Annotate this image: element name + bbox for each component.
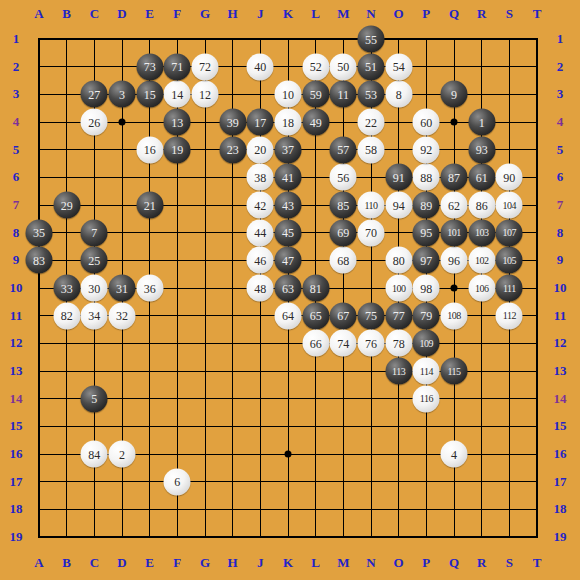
stone-move-number: 94 [393, 199, 405, 211]
go-stone[interactable]: 70 [358, 219, 385, 246]
coord-label-bottom: T [533, 555, 542, 571]
star-point [451, 285, 458, 292]
stone-move-number: 74 [337, 337, 349, 349]
coord-label-top: E [145, 6, 154, 22]
go-stone[interactable]: 40 [247, 53, 274, 80]
stone-move-number: 64 [282, 310, 294, 322]
go-stone[interactable]: 5 [81, 385, 108, 412]
coord-label-right: 3 [557, 86, 564, 102]
stone-move-number: 77 [393, 310, 405, 322]
coord-label-bottom: L [311, 555, 320, 571]
go-stone[interactable]: 115 [441, 358, 468, 385]
go-stone[interactable]: 20 [247, 136, 274, 163]
go-stone[interactable]: 90 [496, 164, 523, 191]
coord-label-bottom: J [257, 555, 264, 571]
go-stone[interactable]: 57 [330, 136, 357, 163]
go-stone[interactable]: 34 [81, 302, 108, 329]
stone-move-number: 78 [393, 337, 405, 349]
stone-move-number: 81 [310, 282, 322, 294]
go-stone[interactable]: 41 [275, 164, 302, 191]
stone-move-number: 89 [420, 199, 432, 211]
stone-move-number: 38 [254, 171, 266, 183]
go-stone[interactable]: 23 [219, 136, 246, 163]
stone-move-number: 96 [448, 254, 460, 266]
go-stone[interactable]: 111 [496, 275, 523, 302]
go-stone[interactable]: 7 [81, 219, 108, 246]
grid-line-horizontal [38, 343, 538, 344]
stone-move-number: 102 [475, 255, 489, 265]
grid-line-horizontal [38, 536, 538, 538]
coord-label-left: 9 [13, 252, 20, 268]
coord-label-right: 14 [554, 391, 567, 407]
go-stone[interactable]: 47 [275, 247, 302, 274]
coord-label-left: 1 [13, 31, 20, 47]
stone-move-number: 80 [393, 254, 405, 266]
go-stone[interactable]: 78 [385, 330, 412, 357]
go-stone[interactable]: 18 [275, 109, 302, 136]
coord-label-bottom: R [477, 555, 486, 571]
stone-move-number: 30 [88, 282, 100, 294]
stone-move-number: 31 [116, 282, 128, 294]
stone-move-number: 52 [310, 61, 322, 73]
coord-label-top: P [422, 6, 430, 22]
stone-move-number: 40 [254, 61, 266, 73]
stone-move-number: 46 [254, 254, 266, 266]
go-stone[interactable]: 104 [496, 192, 523, 219]
coord-label-bottom: S [506, 555, 513, 571]
go-stone[interactable]: 17 [247, 109, 274, 136]
coord-label-bottom: H [228, 555, 238, 571]
go-stone[interactable]: 51 [358, 53, 385, 80]
stone-move-number: 4 [451, 448, 457, 460]
coord-label-left: 16 [10, 446, 23, 462]
go-stone[interactable]: 25 [81, 247, 108, 274]
go-stone[interactable]: 33 [53, 275, 80, 302]
stone-move-number: 7 [91, 227, 97, 239]
stone-move-number: 26 [88, 116, 100, 128]
go-stone[interactable]: 1 [468, 109, 495, 136]
go-stone[interactable]: 39 [219, 109, 246, 136]
go-stone[interactable]: 84 [81, 441, 108, 468]
stone-move-number: 37 [282, 144, 294, 156]
coord-label-bottom: B [62, 555, 71, 571]
grid-line-vertical [343, 38, 344, 538]
coord-label-bottom: A [34, 555, 43, 571]
stone-move-number: 13 [171, 116, 183, 128]
go-stone[interactable]: 86 [468, 192, 495, 219]
go-stone[interactable]: 93 [468, 136, 495, 163]
stone-move-number: 48 [254, 282, 266, 294]
coord-label-top: M [337, 6, 349, 22]
stone-move-number: 45 [282, 227, 294, 239]
go-stone[interactable]: 29 [53, 192, 80, 219]
coord-label-top: S [506, 6, 513, 22]
go-stone[interactable]: 102 [468, 247, 495, 274]
go-stone[interactable]: 12 [192, 81, 219, 108]
coord-label-bottom: K [283, 555, 293, 571]
go-stone[interactable]: 26 [81, 109, 108, 136]
coord-label-left: 6 [13, 169, 20, 185]
stone-move-number: 57 [337, 144, 349, 156]
coord-label-right: 2 [557, 59, 564, 75]
go-stone[interactable]: 71 [164, 53, 191, 80]
stone-move-number: 62 [448, 199, 460, 211]
go-stone[interactable]: 35 [26, 219, 53, 246]
stone-move-number: 14 [171, 88, 183, 100]
stone-move-number: 72 [199, 61, 211, 73]
go-stone[interactable]: 101 [441, 219, 468, 246]
go-stone[interactable]: 72 [192, 53, 219, 80]
go-stone[interactable]: 74 [330, 330, 357, 357]
go-stone[interactable]: 110 [358, 192, 385, 219]
go-stone[interactable]: 44 [247, 219, 274, 246]
stone-move-number: 112 [503, 311, 516, 321]
stone-move-number: 108 [447, 311, 461, 321]
stone-move-number: 18 [282, 116, 294, 128]
coord-label-right: 4 [557, 114, 564, 130]
stone-move-number: 55 [365, 33, 377, 45]
coord-label-bottom: P [422, 555, 430, 571]
go-stone[interactable]: 48 [247, 275, 274, 302]
go-stone[interactable]: 21 [136, 192, 163, 219]
stone-move-number: 98 [420, 282, 432, 294]
go-stone[interactable]: 67 [330, 302, 357, 329]
go-stone[interactable]: 10 [275, 81, 302, 108]
stone-move-number: 17 [254, 116, 266, 128]
coord-label-bottom: D [117, 555, 126, 571]
coord-label-right: 16 [554, 446, 567, 462]
go-stone[interactable]: 30 [81, 275, 108, 302]
stone-move-number: 90 [503, 171, 515, 183]
star-point [451, 119, 458, 126]
stone-move-number: 105 [503, 255, 517, 265]
coord-label-right: 10 [554, 280, 567, 296]
stone-move-number: 39 [227, 116, 239, 128]
stone-move-number: 75 [365, 310, 377, 322]
stone-move-number: 35 [33, 227, 45, 239]
go-stone[interactable]: 83 [26, 247, 53, 274]
stone-move-number: 79 [420, 310, 432, 322]
coord-label-left: 11 [10, 308, 22, 324]
stone-move-number: 71 [171, 61, 183, 73]
coord-label-top: O [394, 6, 404, 22]
stone-move-number: 51 [365, 61, 377, 73]
stone-move-number: 92 [420, 144, 432, 156]
go-stone[interactable]: 14 [164, 81, 191, 108]
go-stone[interactable]: 106 [468, 275, 495, 302]
go-stone[interactable]: 46 [247, 247, 274, 274]
coord-label-left: 19 [10, 529, 23, 545]
go-stone[interactable]: 69 [330, 219, 357, 246]
go-stone[interactable]: 61 [468, 164, 495, 191]
coord-label-top: Q [449, 6, 459, 22]
stone-move-number: 8 [396, 88, 402, 100]
stone-move-number: 107 [503, 228, 517, 238]
coord-label-left: 18 [10, 501, 23, 517]
coord-label-top: J [257, 6, 264, 22]
stone-move-number: 82 [61, 310, 73, 322]
stone-move-number: 111 [503, 283, 516, 293]
stone-move-number: 114 [420, 366, 433, 376]
go-stone[interactable]: 22 [358, 109, 385, 136]
coord-label-top: K [283, 6, 293, 22]
go-stone[interactable]: 6 [164, 468, 191, 495]
go-stone[interactable]: 13 [164, 109, 191, 136]
stone-move-number: 36 [144, 282, 156, 294]
go-stone[interactable]: 53 [358, 81, 385, 108]
coord-label-left: 17 [10, 474, 23, 490]
coord-label-bottom: N [366, 555, 375, 571]
stone-move-number: 59 [310, 88, 322, 100]
go-stone[interactable]: 88 [413, 164, 440, 191]
stone-move-number: 43 [282, 199, 294, 211]
go-stone[interactable]: 79 [413, 302, 440, 329]
coord-label-left: 13 [10, 363, 23, 379]
coord-label-bottom: F [173, 555, 181, 571]
go-stone[interactable]: 37 [275, 136, 302, 163]
coord-label-left: 2 [13, 59, 20, 75]
go-stone[interactable]: 87 [441, 164, 468, 191]
coord-label-top: N [366, 6, 375, 22]
coord-label-right: 7 [557, 197, 564, 213]
coord-label-top: L [311, 6, 320, 22]
coord-label-left: 15 [10, 418, 23, 434]
go-stone[interactable]: 55 [358, 26, 385, 53]
stone-move-number: 50 [337, 61, 349, 73]
stone-move-number: 20 [254, 144, 266, 156]
stone-move-number: 10 [282, 88, 294, 100]
go-stone[interactable]: 114 [413, 358, 440, 385]
coord-label-left: 7 [13, 197, 20, 213]
coord-label-bottom: O [394, 555, 404, 571]
go-stone[interactable]: 32 [109, 302, 136, 329]
coord-label-right: 19 [554, 529, 567, 545]
stone-move-number: 34 [88, 310, 100, 322]
stone-move-number: 60 [420, 116, 432, 128]
go-stone[interactable]: 82 [53, 302, 80, 329]
go-stone[interactable]: 80 [385, 247, 412, 274]
coord-label-bottom: E [145, 555, 154, 571]
coord-label-top: F [173, 6, 181, 22]
stone-move-number: 115 [447, 366, 460, 376]
coord-label-bottom: G [200, 555, 210, 571]
go-stone[interactable]: 92 [413, 136, 440, 163]
stone-move-number: 65 [310, 310, 322, 322]
go-stone[interactable]: 97 [413, 247, 440, 274]
go-stone[interactable]: 76 [358, 330, 385, 357]
go-stone[interactable]: 107 [496, 219, 523, 246]
stone-move-number: 116 [420, 394, 433, 404]
go-stone[interactable]: 89 [413, 192, 440, 219]
coord-label-right: 8 [557, 225, 564, 241]
stone-move-number: 63 [282, 282, 294, 294]
stone-move-number: 47 [282, 254, 294, 266]
stone-move-number: 110 [364, 200, 377, 210]
go-stone[interactable]: 64 [275, 302, 302, 329]
stone-move-number: 109 [420, 338, 434, 348]
stone-move-number: 113 [392, 366, 405, 376]
stone-move-number: 95 [420, 227, 432, 239]
stone-move-number: 12 [199, 88, 211, 100]
go-stone[interactable]: 100 [385, 275, 412, 302]
go-stone[interactable]: 16 [136, 136, 163, 163]
go-stone[interactable]: 96 [441, 247, 468, 274]
go-stone[interactable]: 112 [496, 302, 523, 329]
go-stone[interactable]: 77 [385, 302, 412, 329]
go-stone[interactable]: 85 [330, 192, 357, 219]
stone-move-number: 68 [337, 254, 349, 266]
grid-line-horizontal [38, 509, 538, 510]
stone-move-number: 93 [476, 144, 488, 156]
coord-label-left: 8 [13, 225, 20, 241]
coord-label-top: C [90, 6, 99, 22]
go-stone[interactable]: 4 [441, 441, 468, 468]
grid-line-horizontal [38, 481, 538, 482]
coord-label-bottom: Q [449, 555, 459, 571]
stone-move-number: 103 [475, 228, 489, 238]
stone-move-number: 61 [476, 171, 488, 183]
coord-label-top: H [228, 6, 238, 22]
go-stone[interactable]: 15 [136, 81, 163, 108]
coord-label-left: 10 [10, 280, 23, 296]
go-stone[interactable]: 108 [441, 302, 468, 329]
star-point [119, 119, 126, 126]
go-stone[interactable]: 60 [413, 109, 440, 136]
stone-move-number: 41 [282, 171, 294, 183]
coord-label-left: 5 [13, 142, 20, 158]
coord-label-top: B [62, 6, 71, 22]
go-stone[interactable]: 11 [330, 81, 357, 108]
grid-line-vertical [536, 38, 538, 538]
go-stone[interactable]: 58 [358, 136, 385, 163]
go-stone[interactable]: 43 [275, 192, 302, 219]
stone-move-number: 21 [144, 199, 156, 211]
stone-move-number: 3 [119, 88, 125, 100]
go-stone[interactable]: 3 [109, 81, 136, 108]
stone-move-number: 76 [365, 337, 377, 349]
stone-move-number: 42 [254, 199, 266, 211]
go-stone[interactable]: 91 [385, 164, 412, 191]
go-stone[interactable]: 75 [358, 302, 385, 329]
go-stone[interactable]: 8 [385, 81, 412, 108]
coord-label-top: A [34, 6, 43, 22]
go-stone[interactable]: 52 [302, 53, 329, 80]
stone-move-number: 29 [61, 199, 73, 211]
stone-move-number: 85 [337, 199, 349, 211]
stone-move-number: 33 [61, 282, 73, 294]
stone-move-number: 15 [144, 88, 156, 100]
stone-move-number: 66 [310, 337, 322, 349]
go-stone[interactable]: 56 [330, 164, 357, 191]
stone-move-number: 25 [88, 254, 100, 266]
go-stone[interactable]: 66 [302, 330, 329, 357]
go-stone[interactable]: 65 [302, 302, 329, 329]
coord-label-left: 14 [10, 391, 23, 407]
stone-move-number: 53 [365, 88, 377, 100]
stone-move-number: 87 [448, 171, 460, 183]
go-stone[interactable]: 113 [385, 358, 412, 385]
go-stone[interactable]: 2 [109, 441, 136, 468]
coord-label-top: T [533, 6, 542, 22]
coord-label-right: 13 [554, 363, 567, 379]
stone-move-number: 1 [479, 116, 485, 128]
go-stone[interactable]: 81 [302, 275, 329, 302]
go-stone[interactable]: 45 [275, 219, 302, 246]
go-stone[interactable]: 94 [385, 192, 412, 219]
go-stone[interactable]: 27 [81, 81, 108, 108]
stone-move-number: 70 [365, 227, 377, 239]
go-stone[interactable]: 95 [413, 219, 440, 246]
stone-move-number: 19 [171, 144, 183, 156]
go-stone[interactable]: 68 [330, 247, 357, 274]
go-stone[interactable]: 59 [302, 81, 329, 108]
go-stone[interactable]: 103 [468, 219, 495, 246]
stone-move-number: 84 [88, 448, 100, 460]
stone-move-number: 69 [337, 227, 349, 239]
stone-move-number: 97 [420, 254, 432, 266]
go-stone[interactable]: 50 [330, 53, 357, 80]
stone-move-number: 16 [144, 144, 156, 156]
coord-label-right: 12 [554, 335, 567, 351]
coord-label-right: 17 [554, 474, 567, 490]
coord-label-right: 11 [554, 308, 566, 324]
stone-move-number: 86 [476, 199, 488, 211]
stone-move-number: 9 [451, 88, 457, 100]
stone-move-number: 56 [337, 171, 349, 183]
stone-move-number: 101 [447, 228, 461, 238]
go-stone[interactable]: 19 [164, 136, 191, 163]
coord-label-right: 9 [557, 252, 564, 268]
go-stone[interactable]: 98 [413, 275, 440, 302]
coord-label-top: G [200, 6, 210, 22]
go-stone[interactable]: 73 [136, 53, 163, 80]
go-stone[interactable]: 9 [441, 81, 468, 108]
coord-label-left: 12 [10, 335, 23, 351]
go-stone[interactable]: 105 [496, 247, 523, 274]
go-stone[interactable]: 54 [385, 53, 412, 80]
coord-label-right: 6 [557, 169, 564, 185]
grid-line-horizontal [38, 398, 538, 399]
stone-move-number: 106 [475, 283, 489, 293]
go-stone[interactable]: 63 [275, 275, 302, 302]
stone-move-number: 32 [116, 310, 128, 322]
go-stone[interactable]: 109 [413, 330, 440, 357]
coord-label-right: 5 [557, 142, 564, 158]
go-board: AABBCCDDEEFFGGHHJJKKLLMMNNOOPPQQRRSSTT11… [0, 0, 580, 580]
go-stone[interactable]: 38 [247, 164, 274, 191]
stone-move-number: 6 [174, 476, 180, 488]
coord-label-left: 3 [13, 86, 20, 102]
coord-label-bottom: M [337, 555, 349, 571]
coord-label-right: 1 [557, 31, 564, 47]
go-stone[interactable]: 62 [441, 192, 468, 219]
stone-move-number: 44 [254, 227, 266, 239]
coord-label-top: D [117, 6, 126, 22]
stone-move-number: 67 [337, 310, 349, 322]
stone-move-number: 2 [119, 448, 125, 460]
go-stone[interactable]: 31 [109, 275, 136, 302]
coord-label-top: R [477, 6, 486, 22]
go-stone[interactable]: 49 [302, 109, 329, 136]
stone-move-number: 88 [420, 171, 432, 183]
go-stone[interactable]: 42 [247, 192, 274, 219]
stone-move-number: 5 [91, 393, 97, 405]
stone-move-number: 11 [338, 88, 350, 100]
stone-move-number: 91 [393, 171, 405, 183]
go-stone[interactable]: 116 [413, 385, 440, 412]
stone-move-number: 27 [88, 88, 100, 100]
go-stone[interactable]: 36 [136, 275, 163, 302]
